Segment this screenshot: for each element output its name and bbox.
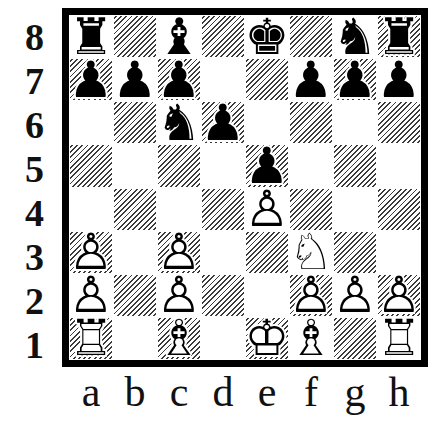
square-d3 xyxy=(201,231,245,274)
piece-fill-halo: ♜ xyxy=(69,15,113,58)
square-b7: ♟♟ xyxy=(113,58,157,101)
square-h7: ♟♟ xyxy=(377,58,421,101)
white-pawn-piece: ♙ xyxy=(333,274,377,317)
white-knight-piece: ♘ xyxy=(289,231,333,274)
file-label-d: d xyxy=(201,365,245,419)
square-f3: ♞♘ xyxy=(289,231,333,274)
rank-label-3: 3 xyxy=(0,235,56,279)
square-f8 xyxy=(289,15,333,58)
rank-label-6: 6 xyxy=(0,103,56,147)
square-g6 xyxy=(333,101,377,144)
file-label-h: h xyxy=(377,365,421,419)
black-rook-piece: ♜ xyxy=(69,15,113,58)
black-pawn-piece: ♟ xyxy=(113,58,157,101)
black-pawn-piece: ♟ xyxy=(377,58,421,101)
piece-fill-halo: ♟ xyxy=(333,274,377,317)
black-pawn-piece: ♟ xyxy=(201,101,245,144)
piece-fill-halo: ♟ xyxy=(157,274,201,317)
piece-fill-halo: ♟ xyxy=(201,101,245,144)
piece-fill-halo: ♝ xyxy=(157,317,201,360)
piece-fill-halo: ♚ xyxy=(245,15,289,58)
white-bishop-piece: ♗ xyxy=(157,317,201,360)
white-pawn-piece: ♙ xyxy=(69,231,113,274)
chess-diagram-page: 87654321 ♜♜♝♝♚♚♞♞♜♜♟♟♟♟♟♟♟♟♟♟♟♟♞♞♟♟♟♟♟♙♟… xyxy=(0,0,442,424)
black-pawn-piece: ♟ xyxy=(69,58,113,101)
piece-fill-halo: ♞ xyxy=(289,231,333,274)
square-c7: ♟♟ xyxy=(157,58,201,101)
white-rook-piece: ♖ xyxy=(377,317,421,360)
square-a6 xyxy=(69,101,113,144)
square-e8: ♚♚ xyxy=(245,15,289,58)
square-c8: ♝♝ xyxy=(157,15,201,58)
square-f5 xyxy=(289,144,333,187)
square-a1: ♜♖ xyxy=(69,317,113,360)
white-rook-piece: ♖ xyxy=(69,317,113,360)
file-label-a: a xyxy=(69,365,113,419)
square-a5 xyxy=(69,144,113,187)
rank-label-4: 4 xyxy=(0,191,56,235)
square-e1: ♚♔ xyxy=(245,317,289,360)
black-pawn-piece: ♟ xyxy=(289,58,333,101)
piece-fill-halo: ♟ xyxy=(289,274,333,317)
piece-fill-halo: ♟ xyxy=(113,58,157,101)
piece-fill-halo: ♚ xyxy=(245,317,289,360)
square-c1: ♝♗ xyxy=(157,317,201,360)
piece-fill-halo: ♟ xyxy=(157,231,201,274)
square-b5 xyxy=(113,144,157,187)
rank-label-1: 1 xyxy=(0,323,56,367)
black-pawn-piece: ♟ xyxy=(157,58,201,101)
file-labels: abcdefgh xyxy=(69,365,421,419)
square-h8: ♜♜ xyxy=(377,15,421,58)
piece-fill-halo: ♞ xyxy=(333,15,377,58)
square-g8: ♞♞ xyxy=(333,15,377,58)
white-pawn-piece: ♙ xyxy=(157,274,201,317)
white-king-piece: ♔ xyxy=(245,317,289,360)
square-h5 xyxy=(377,144,421,187)
square-e5: ♟♟ xyxy=(245,144,289,187)
white-pawn-piece: ♙ xyxy=(245,188,289,231)
square-b1 xyxy=(113,317,157,360)
square-g1 xyxy=(333,317,377,360)
piece-fill-halo: ♜ xyxy=(377,317,421,360)
piece-fill-halo: ♟ xyxy=(69,274,113,317)
white-pawn-piece: ♙ xyxy=(157,231,201,274)
square-b3 xyxy=(113,231,157,274)
square-g4 xyxy=(333,188,377,231)
square-h2: ♟♙ xyxy=(377,274,421,317)
square-a8: ♜♜ xyxy=(69,15,113,58)
square-g3 xyxy=(333,231,377,274)
square-e6 xyxy=(245,101,289,144)
square-g2: ♟♙ xyxy=(333,274,377,317)
square-f6 xyxy=(289,101,333,144)
white-pawn-piece: ♙ xyxy=(377,274,421,317)
square-d8 xyxy=(201,15,245,58)
square-d1 xyxy=(201,317,245,360)
square-f2: ♟♙ xyxy=(289,274,333,317)
piece-fill-halo: ♟ xyxy=(333,58,377,101)
square-d4 xyxy=(201,188,245,231)
square-f7: ♟♟ xyxy=(289,58,333,101)
square-e3 xyxy=(245,231,289,274)
piece-fill-halo: ♟ xyxy=(377,58,421,101)
file-label-g: g xyxy=(333,365,377,419)
square-h3 xyxy=(377,231,421,274)
square-h4 xyxy=(377,188,421,231)
square-c4 xyxy=(157,188,201,231)
square-b6 xyxy=(113,101,157,144)
square-e4: ♟♙ xyxy=(245,188,289,231)
black-king-piece: ♚ xyxy=(245,15,289,58)
rank-label-2: 2 xyxy=(0,279,56,323)
square-f4 xyxy=(289,188,333,231)
file-label-c: c xyxy=(157,365,201,419)
square-c2: ♟♙ xyxy=(157,274,201,317)
square-h6 xyxy=(377,101,421,144)
file-label-e: e xyxy=(245,365,289,419)
piece-fill-halo: ♟ xyxy=(377,274,421,317)
square-d6: ♟♟ xyxy=(201,101,245,144)
piece-fill-halo: ♟ xyxy=(245,188,289,231)
square-c5 xyxy=(157,144,201,187)
chessboard: ♜♜♝♝♚♚♞♞♜♜♟♟♟♟♟♟♟♟♟♟♟♟♞♞♟♟♟♟♟♙♟♙♟♙♞♘♟♙♟♙… xyxy=(62,8,428,367)
square-d2 xyxy=(201,274,245,317)
piece-fill-halo: ♟ xyxy=(245,144,289,187)
piece-fill-halo: ♟ xyxy=(289,58,333,101)
square-a3: ♟♙ xyxy=(69,231,113,274)
square-f1: ♝♗ xyxy=(289,317,333,360)
black-pawn-piece: ♟ xyxy=(245,144,289,187)
white-pawn-piece: ♙ xyxy=(69,274,113,317)
black-knight-piece: ♞ xyxy=(157,101,201,144)
piece-fill-halo: ♟ xyxy=(157,58,201,101)
piece-fill-halo: ♜ xyxy=(377,15,421,58)
black-pawn-piece: ♟ xyxy=(333,58,377,101)
rank-label-8: 8 xyxy=(0,15,56,59)
piece-fill-halo: ♟ xyxy=(69,58,113,101)
piece-fill-halo: ♝ xyxy=(157,15,201,58)
square-c3: ♟♙ xyxy=(157,231,201,274)
black-bishop-piece: ♝ xyxy=(157,15,201,58)
square-a7: ♟♟ xyxy=(69,58,113,101)
file-label-f: f xyxy=(289,365,333,419)
piece-fill-halo: ♟ xyxy=(69,231,113,274)
square-h1: ♜♖ xyxy=(377,317,421,360)
rank-label-5: 5 xyxy=(0,147,56,191)
white-bishop-piece: ♗ xyxy=(289,317,333,360)
square-a4 xyxy=(69,188,113,231)
black-knight-piece: ♞ xyxy=(333,15,377,58)
rank-label-7: 7 xyxy=(0,59,56,103)
square-d7 xyxy=(201,58,245,101)
square-b4 xyxy=(113,188,157,231)
piece-fill-halo: ♜ xyxy=(69,317,113,360)
square-b8 xyxy=(113,15,157,58)
square-g5 xyxy=(333,144,377,187)
square-e7 xyxy=(245,58,289,101)
square-b2 xyxy=(113,274,157,317)
square-c6: ♞♞ xyxy=(157,101,201,144)
white-pawn-piece: ♙ xyxy=(289,274,333,317)
square-d5 xyxy=(201,144,245,187)
piece-fill-halo: ♞ xyxy=(157,101,201,144)
piece-fill-halo: ♝ xyxy=(289,317,333,360)
file-label-b: b xyxy=(113,365,157,419)
square-e2 xyxy=(245,274,289,317)
square-a2: ♟♙ xyxy=(69,274,113,317)
black-rook-piece: ♜ xyxy=(377,15,421,58)
square-g7: ♟♟ xyxy=(333,58,377,101)
rank-labels: 87654321 xyxy=(0,15,56,360)
